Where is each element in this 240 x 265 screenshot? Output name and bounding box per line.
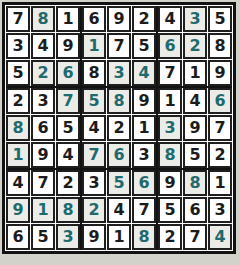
cell-r1c5[interactable]: 9 xyxy=(107,6,131,32)
cell-r5c2[interactable]: 6 xyxy=(31,115,55,141)
cell-r4c8[interactable]: 4 xyxy=(183,88,207,114)
cell-r3c7[interactable]: 7 xyxy=(158,60,182,86)
cell-r6c2[interactable]: 9 xyxy=(31,142,55,168)
cell-r2c5[interactable]: 7 xyxy=(107,33,131,59)
cell-r2c8[interactable]: 2 xyxy=(183,33,207,59)
cell-r2c3[interactable]: 9 xyxy=(56,33,80,59)
cell-r5c7[interactable]: 3 xyxy=(158,115,182,141)
cell-r5c1[interactable]: 8 xyxy=(6,115,30,141)
cell-r9c5[interactable]: 1 xyxy=(107,224,131,250)
cell-r9c9[interactable]: 4 xyxy=(208,224,232,250)
cell-r3c5[interactable]: 3 xyxy=(107,60,131,86)
box-6: 146397852 xyxy=(158,88,232,168)
sudoku-board: 7813495266921758344356287192378651945894… xyxy=(2,2,236,254)
cell-r8c8[interactable]: 6 xyxy=(183,197,207,223)
cell-r5c3[interactable]: 5 xyxy=(56,115,80,141)
cell-r6c1[interactable]: 1 xyxy=(6,142,30,168)
cell-r2c2[interactable]: 4 xyxy=(31,33,55,59)
cell-r2c6[interactable]: 5 xyxy=(132,33,156,59)
cell-r4c6[interactable]: 9 xyxy=(132,88,156,114)
cell-r5c6[interactable]: 1 xyxy=(132,115,156,141)
cell-r3c9[interactable]: 9 xyxy=(208,60,232,86)
cell-r4c7[interactable]: 1 xyxy=(158,88,182,114)
box-2: 692175834 xyxy=(82,6,156,86)
cell-r1c6[interactable]: 2 xyxy=(132,6,156,32)
cell-r8c7[interactable]: 5 xyxy=(158,197,182,223)
box-3: 435628719 xyxy=(158,6,232,86)
cell-r9c1[interactable]: 6 xyxy=(6,224,30,250)
cell-r3c6[interactable]: 4 xyxy=(132,60,156,86)
cell-r4c3[interactable]: 7 xyxy=(56,88,80,114)
cell-r5c5[interactable]: 2 xyxy=(107,115,131,141)
cell-r4c5[interactable]: 8 xyxy=(107,88,131,114)
cell-r9c3[interactable]: 3 xyxy=(56,224,80,250)
cell-r9c2[interactable]: 5 xyxy=(31,224,55,250)
cell-r7c3[interactable]: 2 xyxy=(56,170,80,196)
cell-r1c3[interactable]: 1 xyxy=(56,6,80,32)
cell-r4c9[interactable]: 6 xyxy=(208,88,232,114)
cell-r8c1[interactable]: 9 xyxy=(6,197,30,223)
cell-r6c8[interactable]: 5 xyxy=(183,142,207,168)
cell-r5c4[interactable]: 4 xyxy=(82,115,106,141)
cell-r1c1[interactable]: 7 xyxy=(6,6,30,32)
cell-r4c4[interactable]: 5 xyxy=(82,88,106,114)
cell-r6c9[interactable]: 2 xyxy=(208,142,232,168)
cell-r7c7[interactable]: 9 xyxy=(158,170,182,196)
box-8: 356247918 xyxy=(82,170,156,250)
cell-r3c4[interactable]: 8 xyxy=(82,60,106,86)
cell-r6c7[interactable]: 8 xyxy=(158,142,182,168)
cell-r7c9[interactable]: 1 xyxy=(208,170,232,196)
box-4: 237865194 xyxy=(6,88,80,168)
box-9: 981563274 xyxy=(158,170,232,250)
cell-r9c6[interactable]: 8 xyxy=(132,224,156,250)
cell-r7c4[interactable]: 3 xyxy=(82,170,106,196)
cell-r8c3[interactable]: 8 xyxy=(56,197,80,223)
cell-r1c9[interactable]: 5 xyxy=(208,6,232,32)
cell-r7c6[interactable]: 6 xyxy=(132,170,156,196)
cell-r8c2[interactable]: 1 xyxy=(31,197,55,223)
box-7: 472918653 xyxy=(6,170,80,250)
cell-r7c2[interactable]: 7 xyxy=(31,170,55,196)
cell-r4c2[interactable]: 3 xyxy=(31,88,55,114)
cell-r9c4[interactable]: 9 xyxy=(82,224,106,250)
cell-r2c9[interactable]: 8 xyxy=(208,33,232,59)
cell-r5c9[interactable]: 7 xyxy=(208,115,232,141)
cell-r6c3[interactable]: 4 xyxy=(56,142,80,168)
cell-r6c4[interactable]: 7 xyxy=(82,142,106,168)
box-1: 781349526 xyxy=(6,6,80,86)
cell-r5c8[interactable]: 9 xyxy=(183,115,207,141)
cell-r3c2[interactable]: 2 xyxy=(31,60,55,86)
cell-r1c4[interactable]: 6 xyxy=(82,6,106,32)
cell-r7c8[interactable]: 8 xyxy=(183,170,207,196)
cell-r3c3[interactable]: 6 xyxy=(56,60,80,86)
cell-r2c4[interactable]: 1 xyxy=(82,33,106,59)
cell-r7c5[interactable]: 5 xyxy=(107,170,131,196)
box-5: 589421763 xyxy=(82,88,156,168)
cell-r4c1[interactable]: 2 xyxy=(6,88,30,114)
cell-r1c2[interactable]: 8 xyxy=(31,6,55,32)
cell-r8c9[interactable]: 3 xyxy=(208,197,232,223)
cell-r9c8[interactable]: 7 xyxy=(183,224,207,250)
cell-r8c5[interactable]: 4 xyxy=(107,197,131,223)
cell-r1c8[interactable]: 3 xyxy=(183,6,207,32)
cell-r8c6[interactable]: 7 xyxy=(132,197,156,223)
sudoku-grid: 7813495266921758344356287192378651945894… xyxy=(6,6,232,250)
cell-r6c6[interactable]: 3 xyxy=(132,142,156,168)
cell-r6c5[interactable]: 6 xyxy=(107,142,131,168)
cell-r8c4[interactable]: 2 xyxy=(82,197,106,223)
cell-r2c7[interactable]: 6 xyxy=(158,33,182,59)
cell-r1c7[interactable]: 4 xyxy=(158,6,182,32)
cell-r2c1[interactable]: 3 xyxy=(6,33,30,59)
cell-r9c7[interactable]: 2 xyxy=(158,224,182,250)
cell-r7c1[interactable]: 4 xyxy=(6,170,30,196)
cell-r3c1[interactable]: 5 xyxy=(6,60,30,86)
cell-r3c8[interactable]: 1 xyxy=(183,60,207,86)
